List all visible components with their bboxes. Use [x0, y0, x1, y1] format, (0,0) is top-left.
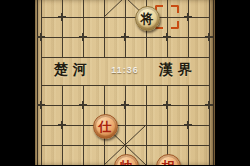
piece-glyph: 将	[141, 12, 154, 25]
bracket-corner-icon	[171, 21, 179, 29]
piece-red-advisor[interactable]: 仕	[93, 114, 118, 139]
piece-glyph: 帅	[120, 160, 133, 166]
board-grid	[35, 0, 215, 165]
piece-glyph: 相	[162, 160, 175, 166]
bracket-corner-icon	[171, 5, 179, 13]
piece-glyph: 仕	[99, 120, 112, 133]
xiangqi-board[interactable]: 楚河 11:36 漢界 将仕帅相	[35, 0, 215, 165]
piece-black-general[interactable]: 将	[135, 6, 160, 31]
river-label-chu: 楚河	[54, 61, 92, 79]
game-timer: 11:36	[103, 65, 147, 75]
river-label-han: 漢界	[159, 61, 197, 79]
xiangqi-app: 楚河 11:36 漢界 将仕帅相	[0, 0, 250, 165]
